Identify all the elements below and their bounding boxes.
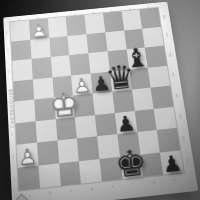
black-piece-body: ♚ (113, 144, 149, 183)
white-piece-body: ♟ (17, 145, 38, 169)
black-piece-body: ♛ (103, 60, 137, 95)
piece-white-pawn-a2: ♟♙ (17, 145, 38, 169)
piece-black-bishop-g6: ♝ (123, 44, 151, 72)
chess-board: aabbccddeeffgghh8877665544332211 CHESSHO… (3, 2, 198, 200)
piece-black-pawn-e5: ♟ (91, 74, 112, 96)
piece-white-king-c4: ♚♔ (48, 86, 81, 122)
piece-black-pawn-h1: ♟ (161, 153, 184, 177)
white-piece-outline: ♙ (72, 76, 92, 98)
pieces-layer: ♟♙♝♟♙♟♛♚♔♟♟♙♚♟ (3, 2, 198, 200)
product-photo: aabbccddeeffgghh8877665544332211 CHESSHO… (0, 0, 200, 200)
piece-black-king-f1: ♚ (113, 144, 149, 183)
white-piece-body: ♟ (29, 21, 48, 41)
black-piece-body: ♝ (123, 44, 151, 72)
piece-white-pawn-d5: ♟♙ (72, 76, 92, 98)
piece-black-pawn-f3: ♟ (115, 113, 137, 136)
piece-black-queen-f5: ♛ (103, 60, 137, 95)
black-piece-body: ♟ (161, 153, 184, 177)
white-piece-outline: ♙ (17, 145, 38, 169)
white-piece-outline: ♙ (29, 21, 48, 41)
black-piece-body: ♟ (115, 113, 137, 136)
white-piece-body: ♟ (72, 76, 92, 98)
black-piece-body: ♟ (91, 74, 112, 96)
piece-white-pawn-b8: ♟♙ (29, 21, 48, 41)
white-piece-outline: ♔ (48, 86, 81, 122)
white-piece-body: ♚ (48, 86, 81, 122)
